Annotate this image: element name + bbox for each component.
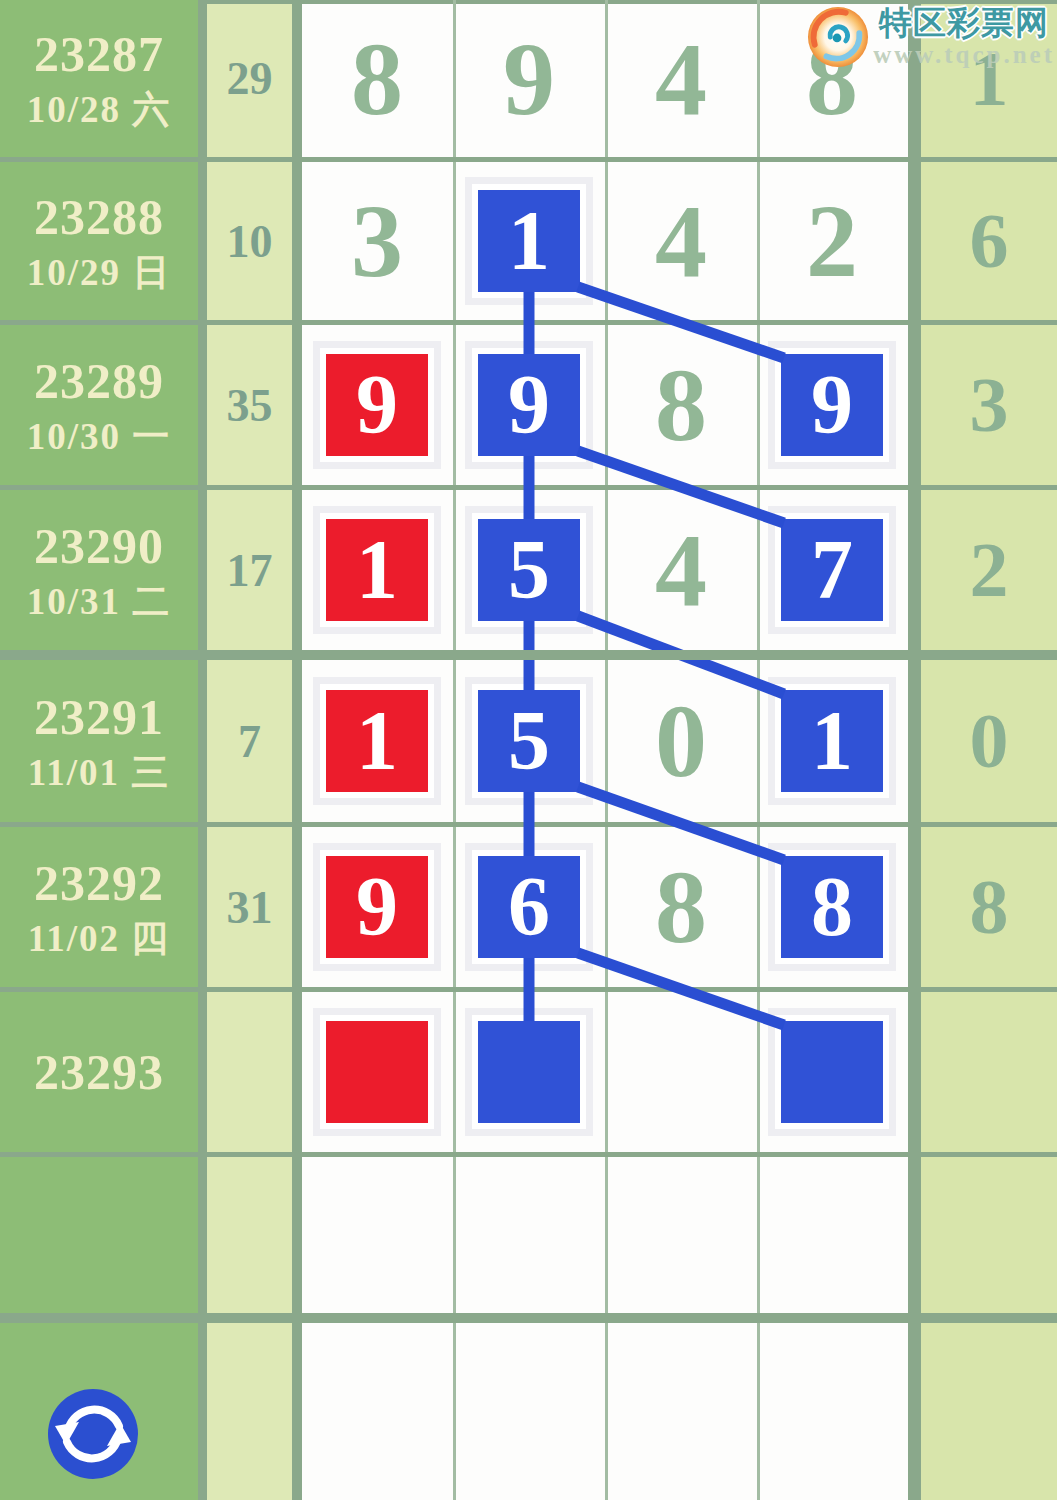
period-cell-row4: 2329010/31 二 — [0, 490, 198, 650]
highlight-box-red-r7c1 — [313, 1008, 441, 1136]
tail-cell-row5: 0 — [921, 660, 1057, 822]
vertical-border-left-sum — [198, 0, 207, 1500]
period-cell-row3: 2328910/30 一 — [0, 325, 198, 485]
highlight-box-red-r5c1: 1 — [313, 677, 441, 805]
highlight-box-red-r4c1: 1 — [313, 506, 441, 634]
cell-digit-r1c2: 9 — [454, 0, 604, 157]
sum-cell-row4: 17 — [207, 490, 292, 650]
cell-digit-r6c3: 8 — [606, 827, 756, 987]
highlight-box-inner-frame: 7 — [775, 513, 889, 627]
highlight-box-digit: 5 — [478, 519, 580, 621]
period-cell-row5: 2329111/01 三 — [0, 660, 198, 822]
tail-value: 6 — [970, 196, 1009, 286]
highlight-box-digit: 1 — [781, 690, 883, 792]
period-cell-row7: 23293 — [0, 992, 198, 1152]
site-name: 特区彩票网 — [879, 6, 1049, 41]
row-separator-5 — [0, 822, 1057, 827]
sum-cell-row1: 29 — [207, 0, 292, 157]
highlight-box-inner-frame — [472, 1015, 586, 1129]
sum-value: 7 — [238, 715, 261, 768]
lottery-trend-chart: 2328710/28 六2912328810/29 日1062328910/30… — [0, 0, 1057, 1500]
period-number: 23291 — [34, 692, 164, 742]
highlight-box-inner-frame: 5 — [472, 684, 586, 798]
sum-value: 31 — [227, 881, 273, 934]
highlight-box-digit: 9 — [781, 354, 883, 456]
logo-swirl-icon — [807, 6, 869, 68]
highlight-box-inner-frame: 1 — [775, 684, 889, 798]
tail-cell-row3: 3 — [921, 325, 1057, 485]
draw-date: 11/01 三 — [28, 754, 171, 791]
cell-digit-r2c3: 4 — [606, 162, 756, 320]
vertical-border-sum-main — [292, 0, 302, 1500]
site-url-watermark: www.tqcp.net — [873, 41, 1055, 69]
highlight-box-inner-frame: 8 — [775, 850, 889, 964]
draw-date: 10/28 六 — [27, 91, 172, 128]
highlight-box-inner-frame — [320, 1015, 434, 1129]
row-separator-7 — [0, 1152, 1057, 1157]
sum-value: 17 — [227, 544, 273, 597]
tail-cell-row6: 8 — [921, 827, 1057, 987]
cell-digit-r2c4: 2 — [757, 162, 907, 320]
row-separator-thick-4 — [0, 650, 1057, 660]
period-number: 23289 — [34, 356, 164, 406]
tail-cell-row2: 6 — [921, 162, 1057, 320]
sum-cell-row8 — [207, 1157, 292, 1313]
highlight-box-digit: 1 — [326, 519, 428, 621]
highlight-box-blue-r5c4: 1 — [768, 677, 896, 805]
highlight-box-red-r6c1: 9 — [313, 843, 441, 971]
highlight-box-digit: 5 — [478, 690, 580, 792]
period-cell-row1: 2328710/28 六 — [0, 0, 198, 157]
highlight-box-blue-r5c2: 5 — [465, 677, 593, 805]
sum-cell-row6: 31 — [207, 827, 292, 987]
period-cell-row2: 2328810/29 日 — [0, 162, 198, 320]
highlight-box-blue-r4c2: 5 — [465, 506, 593, 634]
period-number: 23287 — [34, 29, 164, 79]
tail-value: 2 — [970, 525, 1009, 615]
highlight-box-digit: 7 — [781, 519, 883, 621]
sum-cell-row2: 10 — [207, 162, 292, 320]
row-separator-thick-8 — [0, 1313, 1057, 1323]
cell-digit-r4c3: 4 — [606, 490, 756, 650]
sum-cell-row5: 7 — [207, 660, 292, 822]
row-separator-3 — [0, 485, 1057, 490]
highlight-box-inner-frame: 1 — [472, 184, 586, 298]
highlight-box-inner-frame: 9 — [472, 348, 586, 462]
sum-cell-row7 — [207, 992, 292, 1152]
draw-date: 10/31 二 — [27, 583, 172, 620]
tail-value: 0 — [970, 696, 1009, 786]
highlight-box-inner-frame: 9 — [320, 348, 434, 462]
period-number: 23293 — [34, 1047, 164, 1097]
site-logo[interactable]: 特区彩票网 www.tqcp.net — [807, 6, 1055, 69]
highlight-box-blue-r3c2: 9 — [465, 341, 593, 469]
sum-cell-row3: 35 — [207, 325, 292, 485]
row-separator-2 — [0, 320, 1057, 325]
cell-digit-r1c3: 4 — [606, 0, 756, 157]
highlight-box-inner-frame: 1 — [320, 513, 434, 627]
vertical-border-main-right — [908, 0, 921, 1500]
refresh-icon — [47, 1388, 139, 1480]
highlight-box-inner-frame: 6 — [472, 850, 586, 964]
highlight-box-digit: 1 — [478, 190, 580, 292]
highlight-box-digit: 8 — [781, 856, 883, 958]
cell-digit-r2c1: 3 — [302, 162, 452, 320]
draw-date: 11/02 四 — [28, 920, 171, 957]
sum-value: 10 — [227, 215, 273, 268]
highlight-box-digit: 1 — [326, 690, 428, 792]
highlight-box-digit: 9 — [326, 856, 428, 958]
period-number: 23292 — [34, 858, 164, 908]
highlight-box-inner-frame: 1 — [320, 684, 434, 798]
tail-cell-row8 — [921, 1157, 1057, 1313]
highlight-box-blue-r6c2: 6 — [465, 843, 593, 971]
period-number: 23290 — [34, 521, 164, 571]
cell-digit-r1c1: 8 — [302, 0, 452, 157]
highlight-box-digit: 9 — [478, 354, 580, 456]
tail-value: 3 — [970, 360, 1009, 450]
cell-digit-r5c3: 0 — [606, 660, 756, 822]
draw-date: 10/29 日 — [27, 254, 172, 291]
sum-cell-row9 — [207, 1323, 292, 1500]
draw-date: 10/30 一 — [27, 418, 172, 455]
highlight-box-digit — [478, 1021, 580, 1123]
row-separator-6 — [0, 987, 1057, 992]
highlight-box-inner-frame — [775, 1015, 889, 1129]
highlight-box-blue-r2c2: 1 — [465, 177, 593, 305]
tail-value: 8 — [970, 862, 1009, 952]
highlight-box-digit — [781, 1021, 883, 1123]
tail-cell-row4: 2 — [921, 490, 1057, 650]
refresh-button[interactable] — [47, 1388, 139, 1480]
sum-value: 29 — [227, 52, 273, 105]
tail-cell-row9 — [921, 1323, 1057, 1500]
highlight-box-digit: 6 — [478, 856, 580, 958]
main-grid-column-divider-1 — [453, 0, 456, 1500]
highlight-box-digit — [326, 1021, 428, 1123]
period-cell-row6: 2329211/02 四 — [0, 827, 198, 987]
highlight-box-inner-frame: 5 — [472, 513, 586, 627]
highlight-box-blue-r6c4: 8 — [768, 843, 896, 971]
sum-value: 35 — [227, 379, 273, 432]
highlight-box-inner-frame: 9 — [320, 850, 434, 964]
highlight-box-inner-frame: 9 — [775, 348, 889, 462]
highlight-box-digit: 9 — [326, 354, 428, 456]
cell-digit-r3c3: 8 — [606, 325, 756, 485]
highlight-box-blue-r7c2 — [465, 1008, 593, 1136]
period-number: 23288 — [34, 192, 164, 242]
highlight-box-blue-r7c4 — [768, 1008, 896, 1136]
highlight-box-blue-r3c4: 9 — [768, 341, 896, 469]
highlight-box-red-r3c1: 9 — [313, 341, 441, 469]
highlight-box-blue-r4c4: 7 — [768, 506, 896, 634]
tail-cell-row7 — [921, 992, 1057, 1152]
period-cell-row8 — [0, 1157, 198, 1313]
